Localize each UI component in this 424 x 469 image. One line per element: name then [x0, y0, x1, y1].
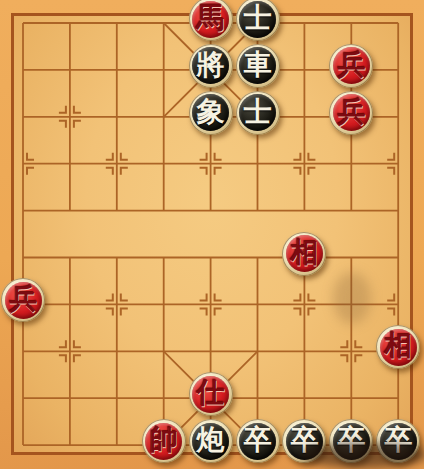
piece-red-horse[interactable]: 馬: [189, 0, 233, 41]
piece-black-cannon[interactable]: 炮: [189, 419, 233, 463]
piece-black-soldier[interactable]: 卒: [236, 419, 280, 463]
piece-glyph: 帥: [150, 426, 178, 454]
piece-glyph: 士: [244, 98, 272, 126]
piece-glyph: 將: [197, 51, 225, 79]
piece-red-soldier[interactable]: 兵: [329, 44, 373, 88]
piece-glyph: 卒: [384, 426, 412, 454]
piece-red-advisor[interactable]: 仕: [189, 372, 233, 416]
piece-black-advisor[interactable]: 士: [236, 0, 280, 41]
piece-red-soldier[interactable]: 兵: [329, 91, 373, 135]
piece-black-soldier[interactable]: 卒: [329, 419, 373, 463]
piece-black-elephant[interactable]: 象: [189, 91, 233, 135]
piece-black-chariot[interactable]: 車: [236, 44, 280, 88]
piece-glyph: 馬: [197, 4, 225, 32]
piece-red-general[interactable]: 帥: [142, 419, 186, 463]
piece-red-soldier[interactable]: 兵: [1, 278, 45, 322]
piece-glyph: 兵: [9, 285, 37, 313]
piece-glyph: 士: [244, 4, 272, 32]
piece-glyph: 卒: [290, 426, 318, 454]
piece-glyph: 炮: [197, 426, 225, 454]
piece-glyph: 象: [197, 98, 225, 126]
piece-glyph: 仕: [197, 379, 225, 407]
piece-layer: 馬士將車兵象士兵相兵相仕帥炮卒卒卒卒: [0, 0, 424, 469]
piece-red-elephant[interactable]: 相: [282, 232, 326, 276]
piece-black-advisor[interactable]: 士: [236, 91, 280, 135]
piece-glyph: 兵: [337, 98, 365, 126]
piece-glyph: 車: [244, 51, 272, 79]
piece-black-general[interactable]: 將: [189, 44, 233, 88]
piece-glyph: 卒: [337, 426, 365, 454]
piece-red-elephant[interactable]: 相: [376, 325, 420, 369]
piece-black-soldier[interactable]: 卒: [376, 419, 420, 463]
piece-black-soldier[interactable]: 卒: [282, 419, 326, 463]
piece-glyph: 卒: [244, 426, 272, 454]
xiangqi-board[interactable]: 馬士將車兵象士兵相兵相仕帥炮卒卒卒卒: [0, 0, 424, 469]
piece-glyph: 兵: [337, 51, 365, 79]
piece-glyph: 相: [384, 332, 412, 360]
piece-glyph: 相: [290, 239, 318, 267]
